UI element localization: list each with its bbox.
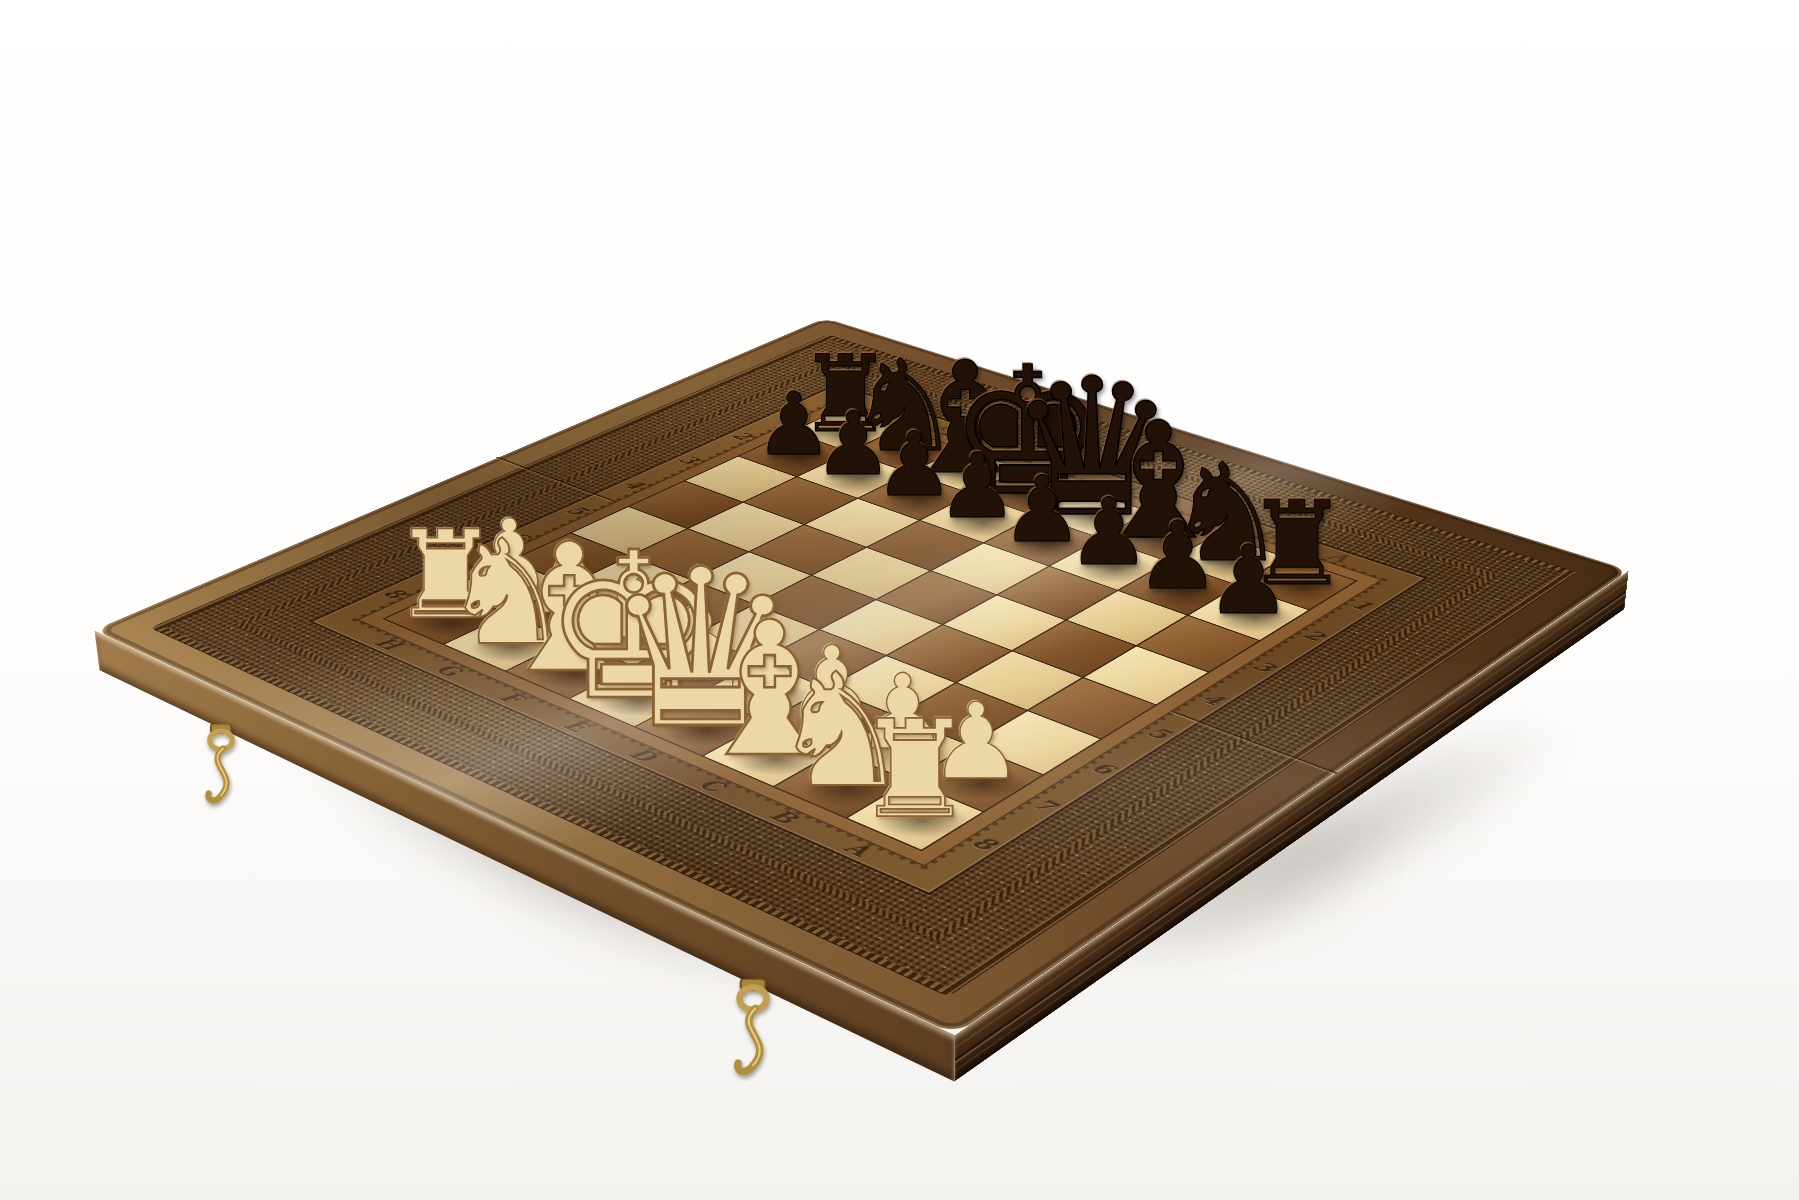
photo-background: HGFEDCBA HGFEDCBA 12345678 12345678 ♜♞♟♝… — [0, 0, 1799, 1200]
chess-board: HGFEDCBA HGFEDCBA 12345678 12345678 — [94, 318, 1628, 1035]
clasp-anchor — [751, 982, 755, 988]
board-top-face: HGFEDCBA HGFEDCBA 12345678 12345678 — [94, 318, 1628, 1035]
perspective-wrapper: HGFEDCBA HGFEDCBA 12345678 12345678 — [0, 0, 1799, 1200]
clasp-anchor — [220, 726, 223, 731]
